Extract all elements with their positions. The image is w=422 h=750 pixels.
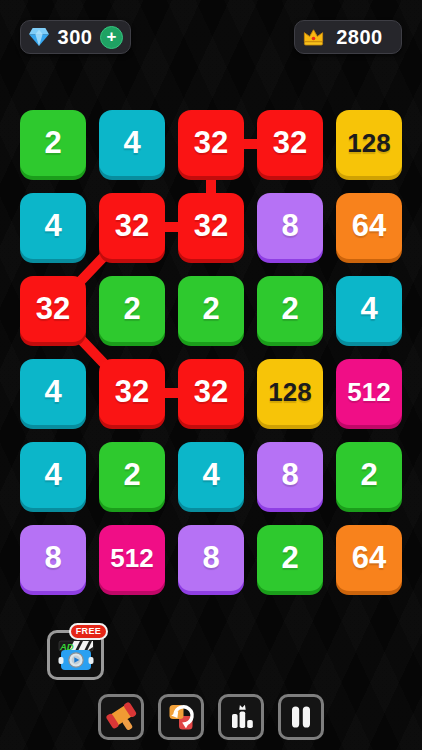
tile-r3c3-2[interactable]: 2 <box>178 276 244 342</box>
pause-icon <box>286 702 316 732</box>
tile-r6c5-64[interactable]: 64 <box>336 525 402 591</box>
tile-r5c5-2[interactable]: 2 <box>336 442 402 508</box>
swap-powerup-button[interactable] <box>158 694 204 740</box>
tile-r3c2-2[interactable]: 2 <box>99 276 165 342</box>
tile-r1c3-32[interactable]: 32 <box>178 110 244 176</box>
add-gems-button[interactable]: + <box>100 26 123 49</box>
tile-r6c3-8[interactable]: 8 <box>178 525 244 591</box>
tile-r4c1-4[interactable]: 4 <box>20 359 86 425</box>
tile-r3c4-2[interactable]: 2 <box>257 276 323 342</box>
chain-connectors <box>20 110 402 595</box>
tile-r3c1-32[interactable]: 32 <box>20 276 86 342</box>
score-counter: 2800 <box>294 20 402 54</box>
tile-r2c4-8[interactable]: 8 <box>257 193 323 259</box>
tile-r2c5-64[interactable]: 64 <box>336 193 402 259</box>
game-screen: 300 + 2800 24323212843232864322224432321… <box>0 0 422 750</box>
tile-r6c2-512[interactable]: 512 <box>99 525 165 591</box>
tile-r1c5-128[interactable]: 128 <box>336 110 402 176</box>
tile-r5c4-8[interactable]: 8 <box>257 442 323 508</box>
puzzle-board: 2432321284323286432222443232128512424828… <box>20 110 402 595</box>
tile-r1c4-32[interactable]: 32 <box>257 110 323 176</box>
hammer-icon <box>105 701 137 733</box>
ad-video-icon: AD <box>56 637 96 673</box>
swap-icon <box>165 701 197 733</box>
crown-icon <box>302 27 325 48</box>
tile-r4c2-32[interactable]: 32 <box>99 359 165 425</box>
pause-button[interactable] <box>278 694 324 740</box>
bottom-toolbar <box>98 694 324 740</box>
score-value: 2800 <box>325 26 394 49</box>
tile-r5c2-2[interactable]: 2 <box>99 442 165 508</box>
gems-counter: 300 + <box>20 20 131 54</box>
ad-label-text: AD <box>59 641 74 652</box>
leaderboard-button[interactable] <box>218 694 264 740</box>
tile-r4c4-128[interactable]: 128 <box>257 359 323 425</box>
free-reward-ad-button[interactable]: AD FREE <box>47 630 104 680</box>
tile-r2c1-4[interactable]: 4 <box>20 193 86 259</box>
gems-value: 300 <box>50 26 100 49</box>
free-badge: FREE <box>69 623 108 640</box>
tile-r2c3-32[interactable]: 32 <box>178 193 244 259</box>
tile-r1c1-2[interactable]: 2 <box>20 110 86 176</box>
tile-r4c3-32[interactable]: 32 <box>178 359 244 425</box>
diamond-icon <box>28 27 50 47</box>
tile-r5c1-4[interactable]: 4 <box>20 442 86 508</box>
leaderboard-icon <box>225 701 257 733</box>
hammer-powerup-button[interactable] <box>98 694 144 740</box>
tile-r4c5-512[interactable]: 512 <box>336 359 402 425</box>
tile-r2c2-32[interactable]: 32 <box>99 193 165 259</box>
tile-r5c3-4[interactable]: 4 <box>178 442 244 508</box>
tile-r3c5-4[interactable]: 4 <box>336 276 402 342</box>
tile-r6c1-8[interactable]: 8 <box>20 525 86 591</box>
tile-r1c2-4[interactable]: 4 <box>99 110 165 176</box>
tile-r6c4-2[interactable]: 2 <box>257 525 323 591</box>
